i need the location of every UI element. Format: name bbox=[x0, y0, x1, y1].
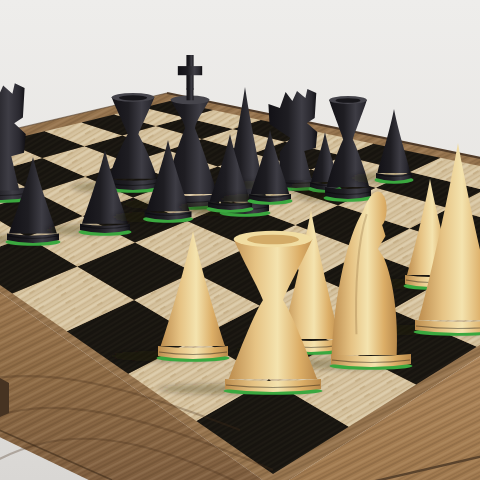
board-svg bbox=[0, 0, 480, 480]
box-hinge bbox=[0, 378, 9, 417]
chess-photo-scene bbox=[0, 0, 480, 480]
